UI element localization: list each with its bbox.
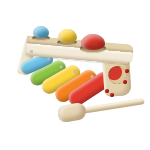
red-peg: [125, 69, 129, 73]
red-peg: [123, 80, 127, 84]
mallet-handle: [81, 98, 145, 113]
key-pin-icon: [59, 64, 63, 68]
key-pin-icon: [73, 69, 77, 73]
mallet-head: [57, 102, 88, 124]
product-photo-toy-xylophone-bench: [0, 0, 150, 150]
red-peg: [110, 93, 114, 97]
red-peg: [105, 89, 109, 93]
pound-ball-red: [81, 34, 105, 51]
pound-ball-yellow: [58, 29, 77, 43]
pound-ball-blue: [33, 26, 49, 38]
leg-pin-icon: [30, 50, 33, 53]
